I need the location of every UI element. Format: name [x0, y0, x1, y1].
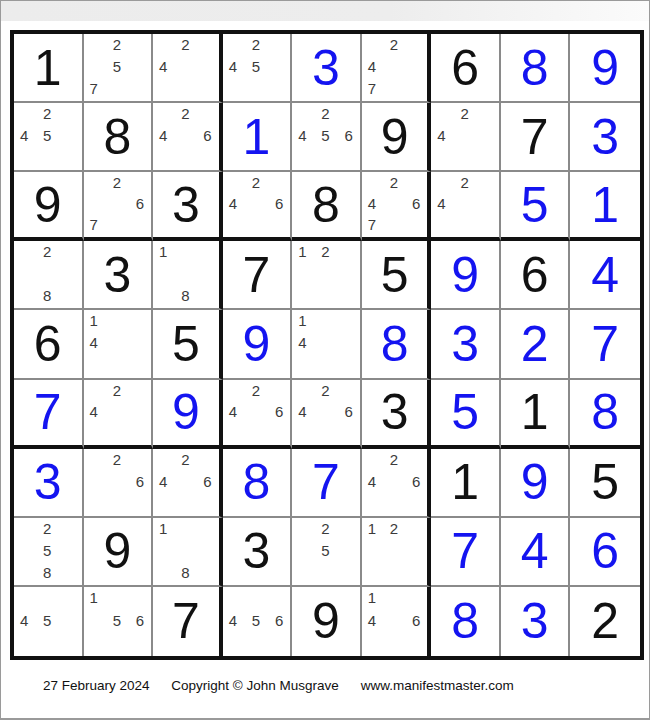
given-digit: 9 — [312, 596, 340, 646]
cell-r5c4[interactable]: 9 — [223, 310, 293, 379]
cell-r3c2[interactable]: 267 — [84, 172, 154, 241]
pencil-mark-4: 4 — [229, 196, 237, 211]
cell-r7c4[interactable]: 8 — [223, 449, 293, 518]
solved-digit: 9 — [521, 457, 549, 507]
pencil-mark-6: 6 — [203, 128, 211, 143]
footer-website: www.manifestmaster.com — [361, 678, 514, 693]
solved-digit: 7 — [34, 387, 62, 437]
window-top-strip — [1, 1, 649, 21]
pencil-mark-5: 5 — [43, 128, 51, 143]
pencil-mark-5: 5 — [113, 613, 121, 628]
cell-r1c4[interactable]: 245 — [223, 34, 293, 103]
solved-digit: 9 — [172, 387, 200, 437]
pencil-mark-6: 6 — [344, 404, 352, 419]
given-digit: 9 — [381, 112, 409, 162]
solved-digit: 1 — [591, 180, 619, 230]
pencil-marks: 24 — [437, 175, 492, 232]
pencil-mark-6: 6 — [275, 196, 283, 211]
cell-r4c4[interactable]: 7 — [223, 241, 293, 310]
pencil-marks: 2467 — [368, 175, 421, 232]
pencil-mark-6: 6 — [136, 474, 144, 489]
solved-digit: 4 — [591, 250, 619, 300]
cell-r8c5[interactable]: 25 — [292, 518, 362, 587]
pencil-mark-1: 1 — [298, 244, 306, 259]
pencil-mark-6: 6 — [275, 613, 283, 628]
pencil-mark-1: 1 — [368, 521, 376, 536]
pencil-mark-2: 2 — [113, 37, 121, 52]
pencil-mark-2: 2 — [113, 383, 121, 398]
cell-r9c9[interactable]: 2 — [570, 587, 640, 656]
pencil-mark-4: 4 — [368, 613, 376, 628]
cell-r9c3[interactable]: 7 — [153, 587, 223, 656]
pencil-mark-8: 8 — [43, 565, 51, 580]
cell-r7c3[interactable]: 246 — [153, 449, 223, 518]
pencil-marks: 24 — [90, 383, 145, 440]
cell-r2c9[interactable]: 3 — [570, 103, 640, 172]
cell-r9c6[interactable]: 146 — [362, 587, 432, 656]
cell-r5c5[interactable]: 14 — [292, 310, 362, 379]
pencil-mark-6: 6 — [412, 196, 420, 211]
pencil-mark-5: 5 — [43, 543, 51, 558]
pencil-mark-2: 2 — [181, 452, 189, 467]
solved-digit: 5 — [451, 387, 479, 437]
pencil-marks: 246 — [229, 383, 284, 440]
solved-digit: 7 — [451, 526, 479, 576]
cell-r9c7[interactable]: 8 — [431, 587, 501, 656]
pencil-marks: 26 — [90, 452, 145, 511]
solved-digit: 9 — [591, 43, 619, 93]
cell-r4c6[interactable]: 5 — [362, 241, 432, 310]
cell-r4c5[interactable]: 12 — [292, 241, 362, 310]
pencil-mark-4: 4 — [159, 474, 167, 489]
pencil-marks: 14 — [298, 313, 353, 372]
given-digit: 8 — [312, 180, 340, 230]
pencil-marks: 456 — [229, 590, 284, 651]
cell-r3c9[interactable]: 1 — [570, 172, 640, 241]
pencil-mark-4: 4 — [437, 128, 445, 143]
cell-r9c5[interactable]: 9 — [292, 587, 362, 656]
page: 1257242453247689245824612456924739267324… — [0, 0, 650, 720]
cell-r9c1[interactable]: 45 — [14, 587, 84, 656]
pencil-mark-4: 4 — [229, 613, 237, 628]
pencil-marks: 245 — [229, 37, 284, 96]
given-digit: 9 — [34, 180, 62, 230]
pencil-mark-4: 4 — [437, 196, 445, 211]
pencil-mark-1: 1 — [90, 590, 98, 605]
solved-digit: 3 — [312, 43, 340, 93]
solved-digit: 1 — [243, 112, 271, 162]
pencil-mark-6: 6 — [275, 404, 283, 419]
cell-r7c6[interactable]: 246 — [362, 449, 432, 518]
cell-r8c1[interactable]: 258 — [14, 518, 84, 587]
pencil-mark-4: 4 — [90, 335, 98, 350]
given-digit: 1 — [451, 457, 479, 507]
cell-r6c3[interactable]: 9 — [153, 380, 223, 449]
pencil-mark-4: 4 — [368, 196, 376, 211]
pencil-mark-5: 5 — [252, 613, 260, 628]
cell-r5c7[interactable]: 3 — [431, 310, 501, 379]
pencil-mark-2: 2 — [390, 37, 398, 52]
footer-copyright: Copyright © John Musgrave — [171, 678, 339, 693]
solved-digit: 3 — [521, 596, 549, 646]
cell-r6c2[interactable]: 24 — [84, 380, 154, 449]
pencil-marks: 12 — [368, 521, 421, 580]
pencil-marks: 156 — [90, 590, 145, 651]
pencil-mark-4: 4 — [298, 128, 306, 143]
pencil-mark-1: 1 — [298, 313, 306, 328]
pencil-mark-2: 2 — [321, 383, 329, 398]
cell-r5c6[interactable]: 8 — [362, 310, 432, 379]
pencil-marks: 24 — [159, 37, 212, 96]
solved-digit: 8 — [521, 43, 549, 93]
cell-r2c6[interactable]: 9 — [362, 103, 432, 172]
given-digit: 5 — [381, 250, 409, 300]
cell-r1c9[interactable]: 9 — [570, 34, 640, 103]
cell-r7c5[interactable]: 7 — [292, 449, 362, 518]
cell-r4c9[interactable]: 4 — [570, 241, 640, 310]
cell-r7c1[interactable]: 3 — [14, 449, 84, 518]
cell-r6c5[interactable]: 246 — [292, 380, 362, 449]
cell-r6c8[interactable]: 1 — [501, 380, 571, 449]
cell-r2c1[interactable]: 245 — [14, 103, 84, 172]
pencil-marks: 18 — [159, 521, 212, 580]
pencil-mark-4: 4 — [229, 404, 237, 419]
given-digit: 2 — [591, 596, 619, 646]
cell-r2c5[interactable]: 2456 — [292, 103, 362, 172]
pencil-mark-4: 4 — [90, 404, 98, 419]
pencil-mark-1: 1 — [90, 313, 98, 328]
pencil-mark-2: 2 — [390, 175, 398, 190]
footer: 27 February 2024 Copyright © John Musgra… — [43, 678, 514, 693]
pencil-mark-1: 1 — [159, 244, 167, 259]
pencil-mark-7: 7 — [90, 217, 98, 232]
sudoku-board: 1257242453247689245824612456924739267324… — [10, 30, 644, 660]
pencil-marks: 257 — [90, 37, 145, 96]
pencil-marks: 246 — [159, 452, 212, 511]
given-digit: 3 — [103, 250, 131, 300]
cell-r4c3[interactable]: 18 — [153, 241, 223, 310]
cell-r5c9[interactable]: 7 — [570, 310, 640, 379]
solved-digit: 7 — [591, 319, 619, 369]
solved-digit: 8 — [381, 319, 409, 369]
given-digit: 5 — [591, 457, 619, 507]
given-digit: 7 — [172, 596, 200, 646]
given-digit: 1 — [521, 387, 549, 437]
pencil-mark-2: 2 — [321, 521, 329, 536]
pencil-mark-2: 2 — [113, 175, 121, 190]
cell-r3c4[interactable]: 246 — [223, 172, 293, 241]
pencil-mark-2: 2 — [43, 244, 51, 259]
cell-r4c8[interactable]: 6 — [501, 241, 571, 310]
pencil-mark-2: 2 — [181, 37, 189, 52]
cell-r6c1[interactable]: 7 — [14, 380, 84, 449]
pencil-mark-6: 6 — [136, 613, 144, 628]
solved-digit: 4 — [521, 526, 549, 576]
cell-r8c9[interactable]: 6 — [570, 518, 640, 587]
solved-digit: 8 — [591, 387, 619, 437]
pencil-marks: 246 — [368, 452, 421, 511]
given-digit: 3 — [243, 526, 271, 576]
cell-r2c8[interactable]: 7 — [501, 103, 571, 172]
solved-digit: 9 — [243, 319, 271, 369]
cell-r2c3[interactable]: 246 — [153, 103, 223, 172]
cell-r9c4[interactable]: 456 — [223, 587, 293, 656]
pencil-mark-2: 2 — [252, 175, 260, 190]
cell-r8c4[interactable]: 3 — [223, 518, 293, 587]
cell-r2c7[interactable]: 24 — [431, 103, 501, 172]
cell-r5c2[interactable]: 14 — [84, 310, 154, 379]
cell-r9c2[interactable]: 156 — [84, 587, 154, 656]
cell-r7c8[interactable]: 9 — [501, 449, 571, 518]
pencil-mark-6: 6 — [412, 613, 420, 628]
solved-digit: 9 — [451, 250, 479, 300]
cell-r6c7[interactable]: 5 — [431, 380, 501, 449]
given-digit: 3 — [172, 180, 200, 230]
cell-r8c7[interactable]: 7 — [431, 518, 501, 587]
pencil-marks: 247 — [368, 37, 421, 96]
pencil-mark-2: 2 — [321, 106, 329, 121]
cell-r3c1[interactable]: 9 — [14, 172, 84, 241]
pencil-mark-4: 4 — [20, 613, 28, 628]
pencil-mark-1: 1 — [368, 590, 376, 605]
pencil-mark-5: 5 — [321, 543, 329, 558]
pencil-marks: 18 — [159, 244, 212, 303]
pencil-mark-5: 5 — [43, 613, 51, 628]
cell-r3c5[interactable]: 8 — [292, 172, 362, 241]
pencil-mark-2: 2 — [390, 521, 398, 536]
solved-digit: 7 — [312, 457, 340, 507]
given-digit: 7 — [521, 112, 549, 162]
pencil-mark-2: 2 — [321, 244, 329, 259]
pencil-mark-5: 5 — [321, 128, 329, 143]
cell-r4c1[interactable]: 28 — [14, 241, 84, 310]
cell-r1c6[interactable]: 247 — [362, 34, 432, 103]
given-digit: 7 — [243, 250, 271, 300]
cell-r5c8[interactable]: 2 — [501, 310, 571, 379]
pencil-marks: 245 — [20, 106, 75, 165]
pencil-marks: 246 — [159, 106, 212, 165]
cell-r4c2[interactable]: 3 — [84, 241, 154, 310]
pencil-mark-4: 4 — [229, 59, 237, 74]
solved-digit: 8 — [243, 457, 271, 507]
pencil-mark-2: 2 — [113, 452, 121, 467]
cell-r9c8[interactable]: 3 — [501, 587, 571, 656]
solved-digit: 3 — [34, 457, 62, 507]
pencil-mark-5: 5 — [252, 59, 260, 74]
solved-digit: 3 — [591, 112, 619, 162]
pencil-mark-6: 6 — [344, 128, 352, 143]
pencil-marks: 246 — [298, 383, 353, 440]
cell-r3c7[interactable]: 24 — [431, 172, 501, 241]
cell-r5c3[interactable]: 5 — [153, 310, 223, 379]
cell-r1c5[interactable]: 3 — [292, 34, 362, 103]
given-digit: 6 — [451, 43, 479, 93]
pencil-marks: 2456 — [298, 106, 353, 165]
cell-r1c8[interactable]: 8 — [501, 34, 571, 103]
given-digit: 9 — [103, 526, 131, 576]
cell-r8c6[interactable]: 12 — [362, 518, 432, 587]
pencil-mark-7: 7 — [90, 81, 98, 96]
cell-r1c1[interactable]: 1 — [14, 34, 84, 103]
pencil-marks: 267 — [90, 175, 145, 232]
cell-r2c2[interactable]: 8 — [84, 103, 154, 172]
cell-r2c4[interactable]: 1 — [223, 103, 293, 172]
solved-digit: 8 — [451, 596, 479, 646]
pencil-mark-2: 2 — [43, 106, 51, 121]
pencil-marks: 14 — [90, 313, 145, 372]
cell-r3c6[interactable]: 2467 — [362, 172, 432, 241]
pencil-mark-4: 4 — [298, 335, 306, 350]
pencil-mark-4: 4 — [20, 128, 28, 143]
pencil-mark-2: 2 — [181, 106, 189, 121]
pencil-mark-2: 2 — [252, 37, 260, 52]
pencil-mark-4: 4 — [159, 59, 167, 74]
cell-r3c8[interactable]: 5 — [501, 172, 571, 241]
given-digit: 6 — [521, 250, 549, 300]
given-digit: 8 — [103, 112, 131, 162]
cell-r7c7[interactable]: 1 — [431, 449, 501, 518]
cell-r4c7[interactable]: 9 — [431, 241, 501, 310]
cell-r8c3[interactable]: 18 — [153, 518, 223, 587]
cell-r5c1[interactable]: 6 — [14, 310, 84, 379]
pencil-mark-4: 4 — [368, 59, 376, 74]
pencil-marks: 146 — [368, 590, 421, 651]
pencil-marks: 28 — [20, 244, 75, 303]
cell-r6c9[interactable]: 8 — [570, 380, 640, 449]
solved-digit: 6 — [591, 526, 619, 576]
pencil-mark-7: 7 — [368, 81, 376, 96]
cell-r7c9[interactable]: 5 — [570, 449, 640, 518]
pencil-mark-7: 7 — [368, 217, 376, 232]
pencil-mark-2: 2 — [460, 175, 468, 190]
cell-r3c3[interactable]: 3 — [153, 172, 223, 241]
pencil-mark-8: 8 — [181, 565, 189, 580]
pencil-mark-2: 2 — [460, 106, 468, 121]
pencil-mark-2: 2 — [252, 383, 260, 398]
solved-digit: 3 — [451, 319, 479, 369]
pencil-marks: 24 — [437, 106, 492, 165]
pencil-mark-6: 6 — [136, 196, 144, 211]
pencil-marks: 45 — [20, 590, 75, 651]
pencil-mark-8: 8 — [181, 288, 189, 303]
pencil-mark-2: 2 — [43, 521, 51, 536]
pencil-marks: 12 — [298, 244, 353, 303]
footer-date: 27 February 2024 — [43, 678, 150, 693]
given-digit: 6 — [34, 319, 62, 369]
pencil-marks: 25 — [298, 521, 353, 580]
pencil-mark-5: 5 — [113, 59, 121, 74]
cell-r1c2[interactable]: 257 — [84, 34, 154, 103]
given-digit: 5 — [172, 319, 200, 369]
pencil-mark-4: 4 — [298, 404, 306, 419]
cell-r8c2[interactable]: 9 — [84, 518, 154, 587]
pencil-mark-6: 6 — [412, 474, 420, 489]
cell-r1c7[interactable]: 6 — [431, 34, 501, 103]
pencil-mark-4: 4 — [368, 474, 376, 489]
pencil-mark-6: 6 — [203, 474, 211, 489]
pencil-mark-8: 8 — [43, 288, 51, 303]
cell-r7c2[interactable]: 26 — [84, 449, 154, 518]
pencil-mark-4: 4 — [159, 128, 167, 143]
pencil-marks: 246 — [229, 175, 284, 232]
cell-r1c3[interactable]: 24 — [153, 34, 223, 103]
cell-r8c8[interactable]: 4 — [501, 518, 571, 587]
solved-digit: 2 — [521, 319, 549, 369]
given-digit: 1 — [34, 43, 62, 93]
cell-r6c6[interactable]: 3 — [362, 380, 432, 449]
cell-r6c4[interactable]: 246 — [223, 380, 293, 449]
pencil-mark-1: 1 — [159, 521, 167, 536]
solved-digit: 5 — [521, 180, 549, 230]
given-digit: 3 — [381, 387, 409, 437]
pencil-marks: 258 — [20, 521, 75, 580]
pencil-mark-2: 2 — [390, 452, 398, 467]
